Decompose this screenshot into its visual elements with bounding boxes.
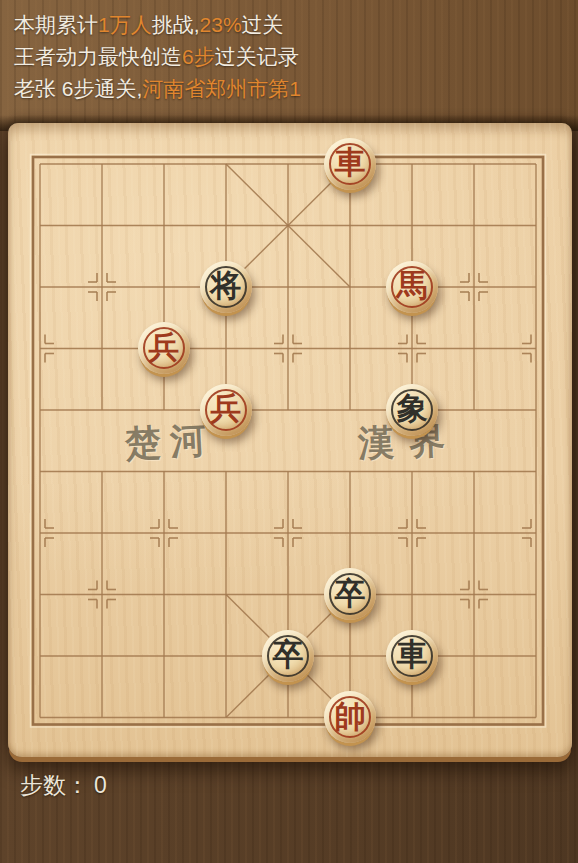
stat-text-segment: 挑战,	[152, 13, 200, 36]
piece-glyph: 兵	[211, 393, 242, 424]
piece-glyph: 兵	[149, 332, 180, 363]
stat-text-segment: 王者动力最快创造	[14, 45, 182, 68]
stat-text-segment: 河南省郑州市第1	[142, 77, 301, 100]
piece-black-chariot[interactable]: 車	[386, 630, 438, 682]
stat-text-segment: 本期累计	[14, 13, 98, 36]
piece-black-elephant[interactable]: 象	[386, 384, 438, 436]
stat-text-segment: 老张 6步通关,	[14, 77, 142, 100]
piece-glyph: 車	[397, 639, 428, 670]
piece-red-chariot[interactable]: 車	[324, 138, 376, 190]
stats-line-leader: 老张 6步通关,河南省郑州市第1	[14, 73, 301, 105]
stats-line-participants: 本期累计1万人挑战,23%过关	[14, 9, 301, 41]
piece-glyph: 将	[211, 270, 242, 301]
piece-glyph: 帥	[335, 701, 366, 732]
move-counter: 步数：0	[20, 770, 107, 801]
piece-black-soldier-a[interactable]: 卒	[324, 568, 376, 620]
piece-glyph: 卒	[273, 639, 304, 670]
piece-black-general[interactable]: 将	[200, 261, 252, 313]
app-screen: 本期累计1万人挑战,23%过关 王者动力最快创造6步过关记录 老张 6步通关,河…	[0, 0, 578, 863]
piece-red-soldier-b[interactable]: 兵	[200, 384, 252, 436]
piece-glyph: 象	[397, 393, 428, 424]
xiangqi-board: 楚河 漢界 車将馬兵兵象卒卒車帥	[8, 123, 572, 757]
stat-text-segment: 过关	[242, 13, 284, 36]
move-counter-value: 0	[94, 772, 107, 798]
piece-layer: 車将馬兵兵象卒卒車帥	[9, 133, 567, 748]
stats-line-record: 王者动力最快创造6步过关记录	[14, 41, 301, 73]
piece-glyph: 卒	[335, 578, 366, 609]
stat-text-segment: 23%	[200, 13, 242, 36]
piece-red-soldier-a[interactable]: 兵	[138, 322, 190, 374]
piece-glyph: 馬	[397, 270, 428, 301]
piece-glyph: 車	[335, 147, 366, 178]
piece-black-soldier-b[interactable]: 卒	[262, 630, 314, 682]
challenge-stats-lines: 本期累计1万人挑战,23%过关 王者动力最快创造6步过关记录 老张 6步通关,河…	[14, 9, 301, 105]
move-counter-label: 步数：	[20, 772, 89, 798]
piece-red-horse[interactable]: 馬	[386, 261, 438, 313]
piece-red-general[interactable]: 帥	[324, 691, 376, 743]
stat-text-segment: 过关记录	[215, 45, 299, 68]
stat-text-segment: 1万人	[98, 13, 152, 36]
challenge-stats-bar: 本期累计1万人挑战,23%过关 王者动力最快创造6步过关记录 老张 6步通关,河…	[0, 0, 578, 131]
stat-text-segment: 6步	[182, 45, 215, 68]
